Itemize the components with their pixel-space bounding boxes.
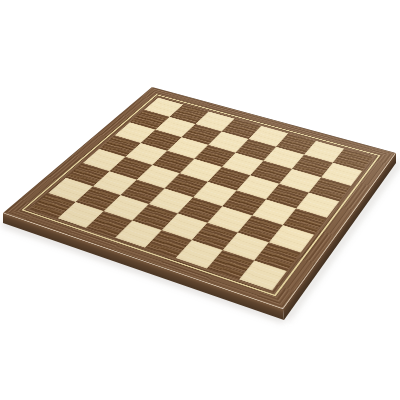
product-photo-stage	[0, 0, 400, 400]
chess-board	[3, 87, 396, 309]
